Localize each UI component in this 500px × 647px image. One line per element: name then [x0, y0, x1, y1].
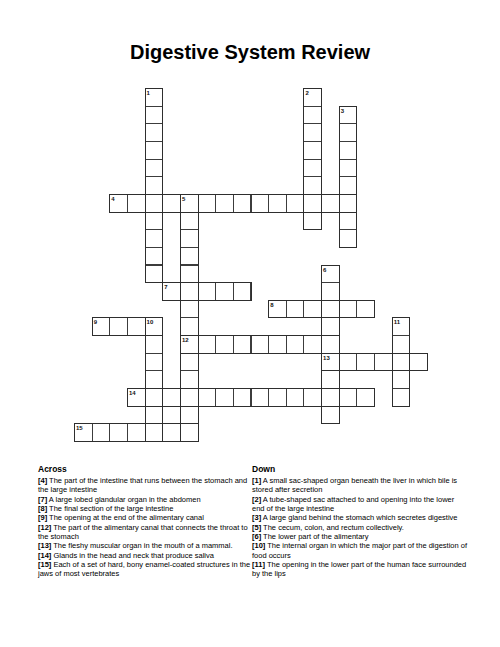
grid-cell[interactable]	[180, 212, 199, 231]
grid-cell[interactable]	[303, 106, 322, 125]
grid-cell[interactable]	[321, 388, 340, 407]
grid-cell[interactable]	[339, 212, 358, 231]
grid-cell[interactable]	[145, 159, 164, 178]
grid-cell[interactable]	[127, 317, 146, 336]
grid-cell[interactable]	[145, 106, 164, 125]
grid-cell[interactable]	[339, 388, 358, 407]
grid-cell[interactable]	[321, 282, 340, 301]
grid-cell[interactable]	[409, 353, 428, 372]
clue-item: [1] A small sac-shaped organ beneath the…	[252, 476, 468, 495]
clue-item: [10] The internal organ in which the maj…	[252, 541, 468, 560]
grid-cell[interactable]	[268, 388, 287, 407]
grid-cell[interactable]	[92, 423, 111, 442]
grid-cell[interactable]	[198, 282, 217, 301]
grid-cell[interactable]	[339, 141, 358, 160]
grid-cell[interactable]	[339, 106, 358, 125]
grid-cell[interactable]	[303, 141, 322, 160]
grid-cell[interactable]	[145, 194, 164, 213]
grid-cell[interactable]	[215, 282, 234, 301]
grid-cell[interactable]	[162, 388, 181, 407]
grid-cell[interactable]	[180, 247, 199, 266]
grid-cell[interactable]	[145, 353, 164, 372]
clue-item: [2] A tube-shaped sac attached to and op…	[252, 495, 468, 514]
grid-cell[interactable]	[215, 194, 234, 213]
grid-cell[interactable]	[180, 194, 199, 213]
clue-item-number: [15]	[38, 560, 51, 569]
grid-cell[interactable]	[321, 335, 340, 354]
grid-cell[interactable]	[162, 194, 181, 213]
grid-cell[interactable]	[251, 335, 270, 354]
clue-item-number: [9]	[38, 513, 47, 522]
grid-cell[interactable]	[321, 300, 340, 319]
grid-cell[interactable]	[180, 317, 199, 336]
grid-cell[interactable]	[127, 194, 146, 213]
clue-item: [13] The fleshy muscular organ in the mo…	[38, 541, 254, 550]
grid-cell[interactable]	[303, 159, 322, 178]
grid-cell[interactable]	[233, 194, 252, 213]
grid-cell[interactable]	[303, 300, 322, 319]
clue-item-number: [14]	[38, 551, 51, 560]
grid-cell[interactable]	[180, 388, 199, 407]
clue-item-number: [12]	[38, 523, 51, 532]
clue-item-number: [10]	[252, 541, 265, 550]
grid-cell[interactable]	[392, 353, 411, 372]
grid-cell[interactable]	[180, 370, 199, 389]
clue-item: [7] A large lobed glandular organ in the…	[38, 495, 254, 504]
grid-cell[interactable]	[321, 265, 340, 284]
grid-cell[interactable]	[251, 194, 270, 213]
grid-cell[interactable]	[74, 423, 93, 442]
grid-cell[interactable]	[180, 229, 199, 248]
clue-item: [11] The opening in the lower part of th…	[252, 560, 468, 579]
clue-item-number: [13]	[38, 541, 51, 550]
across-clues-column: Across [4] The part of the intestine tha…	[38, 464, 254, 579]
grid-cell[interactable]	[215, 388, 234, 407]
grid-cell[interactable]	[303, 123, 322, 142]
clue-item-number: [7]	[38, 495, 47, 504]
grid-cell[interactable]	[392, 317, 411, 336]
clue-item: [6] The lower part of the alimentary	[252, 532, 468, 541]
grid-cell[interactable]	[145, 370, 164, 389]
grid-cell[interactable]	[392, 335, 411, 354]
grid-cell[interactable]	[145, 88, 164, 107]
grid-cell[interactable]	[180, 282, 199, 301]
grid-cell[interactable]	[180, 406, 199, 425]
grid-cell[interactable]	[321, 317, 340, 336]
across-clues-header: Across	[38, 464, 254, 474]
grid-cell[interactable]	[233, 335, 252, 354]
grid-cell[interactable]	[145, 123, 164, 142]
grid-cell[interactable]	[356, 300, 375, 319]
grid-cell[interactable]	[268, 335, 287, 354]
grid-cell[interactable]	[286, 388, 305, 407]
down-clues-header: Down	[252, 464, 468, 474]
clue-item: [5] The cecum, colon, and rectum collect…	[252, 523, 468, 532]
grid-cell[interactable]	[145, 247, 164, 266]
grid-cell[interactable]	[162, 282, 181, 301]
clue-item-number: [5]	[252, 523, 261, 532]
grid-cell[interactable]	[321, 353, 340, 372]
grid-cell[interactable]	[303, 212, 322, 231]
grid-cell[interactable]	[145, 335, 164, 354]
grid-cell[interactable]	[268, 194, 287, 213]
grid-cell[interactable]	[286, 300, 305, 319]
grid-cell[interactable]	[392, 370, 411, 389]
grid-cell[interactable]	[303, 388, 322, 407]
clue-item: [15] Each of a set of hard, bony enamel-…	[38, 560, 254, 579]
clue-item-number: [3]	[252, 513, 261, 522]
grid-cell[interactable]	[303, 88, 322, 107]
grid-cell[interactable]	[180, 423, 199, 442]
grid-cell[interactable]	[339, 229, 358, 248]
clue-item-number: [4]	[38, 476, 47, 485]
grid-cell[interactable]	[162, 423, 181, 442]
grid-cell[interactable]	[145, 388, 164, 407]
grid-cell[interactable]	[109, 194, 128, 213]
grid-cell[interactable]	[339, 159, 358, 178]
grid-cell[interactable]	[339, 123, 358, 142]
grid-cell[interactable]	[109, 423, 128, 442]
grid-cell[interactable]	[109, 317, 128, 336]
grid-cell[interactable]	[321, 370, 340, 389]
clue-item: [3] A large gland behind the stomach whi…	[252, 513, 468, 522]
grid-cell[interactable]	[198, 335, 217, 354]
clue-item-number: [1]	[252, 476, 261, 485]
grid-cell[interactable]	[268, 300, 287, 319]
grid-cell[interactable]	[180, 335, 199, 354]
grid-cell[interactable]	[251, 388, 270, 407]
clue-item: [14] Glands in the head and neck that pr…	[38, 551, 254, 560]
clue-item-number: [11]	[252, 560, 265, 569]
grid-cell[interactable]	[339, 194, 358, 213]
grid-cell[interactable]	[339, 176, 358, 195]
grid-cell[interactable]	[233, 388, 252, 407]
grid-cell[interactable]	[339, 300, 358, 319]
grid-cell[interactable]	[180, 353, 199, 372]
puzzle-title: Digestive System Review	[0, 41, 500, 64]
grid-cell[interactable]	[356, 353, 375, 372]
grid-cell[interactable]	[127, 423, 146, 442]
grid-cell[interactable]	[92, 317, 111, 336]
grid-cell[interactable]	[374, 353, 393, 372]
grid-cell[interactable]	[145, 141, 164, 160]
grid-cell[interactable]	[303, 194, 322, 213]
clue-item: [4] The part of the intestine that runs …	[38, 476, 254, 495]
grid-cell[interactable]	[145, 265, 164, 284]
grid-cell[interactable]	[321, 406, 340, 425]
clue-item-number: [6]	[252, 532, 261, 541]
grid-cell[interactable]	[145, 406, 164, 425]
grid-cell[interactable]	[286, 335, 305, 354]
across-clues-list: [4] The part of the intestine that runs …	[38, 476, 254, 579]
grid-cell[interactable]	[215, 335, 234, 354]
grid-cell[interactable]	[356, 388, 375, 407]
grid-cell[interactable]	[303, 176, 322, 195]
grid-cell[interactable]	[180, 265, 199, 284]
grid-cell[interactable]	[127, 388, 146, 407]
grid-cell[interactable]	[145, 317, 164, 336]
grid-cell[interactable]	[198, 194, 217, 213]
grid-cell[interactable]	[303, 335, 322, 354]
grid-cell[interactable]	[145, 212, 164, 231]
down-clues-list: [1] A small sac-shaped organ beneath the…	[252, 476, 468, 579]
grid-cell[interactable]	[145, 176, 164, 195]
clue-item: [9] The opening at the end of the alimen…	[38, 513, 254, 522]
clue-item-number: [2]	[252, 495, 261, 504]
grid-cell[interactable]	[286, 194, 305, 213]
grid-cell[interactable]	[392, 388, 411, 407]
clue-item: [8] The final section of the large intes…	[38, 504, 254, 513]
grid-cell[interactable]	[233, 282, 252, 301]
grid-cell[interactable]	[180, 300, 199, 319]
grid-cell[interactable]	[339, 353, 358, 372]
clue-item: [12] The part of the alimentary canal th…	[38, 523, 254, 542]
grid-cell[interactable]	[145, 229, 164, 248]
crossword-grid: 123456789101112131415	[74, 88, 430, 444]
grid-cell[interactable]	[145, 423, 164, 442]
down-clues-column: Down [1] A small sac-shaped organ beneat…	[252, 464, 468, 579]
grid-cell[interactable]	[198, 388, 217, 407]
clue-item-number: [8]	[38, 504, 47, 513]
grid-cell[interactable]	[321, 194, 340, 213]
